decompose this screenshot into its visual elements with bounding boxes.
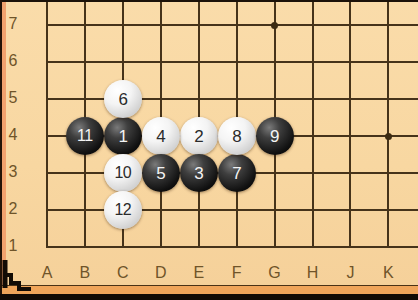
star-point: [385, 133, 392, 140]
grid-line-vertical: [387, 2, 389, 248]
grid-line-horizontal: [46, 61, 418, 63]
column-label: G: [263, 262, 287, 284]
board-corner-steps-icon: [0, 258, 34, 296]
grid-line-horizontal: [46, 246, 418, 248]
board-frame-bottom: [0, 294, 418, 300]
go-stone-black-7[interactable]: 7: [218, 154, 256, 192]
column-label: J: [338, 262, 362, 284]
go-stone-white-12[interactable]: 12: [104, 191, 142, 229]
move-number: 5: [156, 165, 165, 182]
go-stone-white-6[interactable]: 6: [104, 80, 142, 118]
go-stone-black-3[interactable]: 3: [180, 154, 218, 192]
go-stone-black-5[interactable]: 5: [142, 154, 180, 192]
column-label: H: [301, 262, 325, 284]
move-number: 4: [156, 128, 165, 145]
grid-line-horizontal: [46, 209, 418, 211]
move-number: 11: [77, 128, 93, 144]
column-label: K: [376, 262, 400, 284]
move-number: 12: [114, 202, 131, 218]
column-label: F: [225, 262, 249, 284]
go-stone-black-9[interactable]: 9: [256, 117, 294, 155]
grid-line-vertical: [46, 2, 48, 248]
move-number: 9: [270, 128, 279, 145]
go-stone-white-2[interactable]: 2: [180, 117, 218, 155]
grid-line-vertical: [349, 2, 351, 248]
grid-line-horizontal: [46, 24, 418, 26]
star-point: [271, 22, 278, 29]
go-stone-black-1[interactable]: 1: [104, 117, 142, 155]
go-stone-white-10[interactable]: 10: [104, 154, 142, 192]
move-number: 6: [118, 91, 127, 108]
column-label: D: [149, 262, 173, 284]
move-number: 7: [232, 165, 241, 182]
move-number: 2: [194, 128, 203, 145]
board-frame-top: [0, 0, 418, 2]
column-label: A: [35, 262, 59, 284]
column-label: B: [73, 262, 97, 284]
move-number: 10: [114, 165, 131, 181]
grid-line-horizontal: [46, 98, 418, 100]
move-number: 8: [232, 128, 241, 145]
go-stone-white-4[interactable]: 4: [142, 117, 180, 155]
go-stone-white-8[interactable]: 8: [218, 117, 256, 155]
column-label: E: [187, 262, 211, 284]
grid-line-vertical: [312, 2, 314, 248]
go-app-screen: 7654321 ABCDEFGHJK 123456789101112: [0, 0, 418, 300]
move-number: 1: [118, 128, 127, 145]
board-frame-left: [0, 0, 2, 300]
move-number: 3: [194, 165, 203, 182]
column-label: C: [111, 262, 135, 284]
left-frame-strip: [2, 0, 6, 294]
go-stone-black-11[interactable]: 11: [66, 117, 104, 155]
